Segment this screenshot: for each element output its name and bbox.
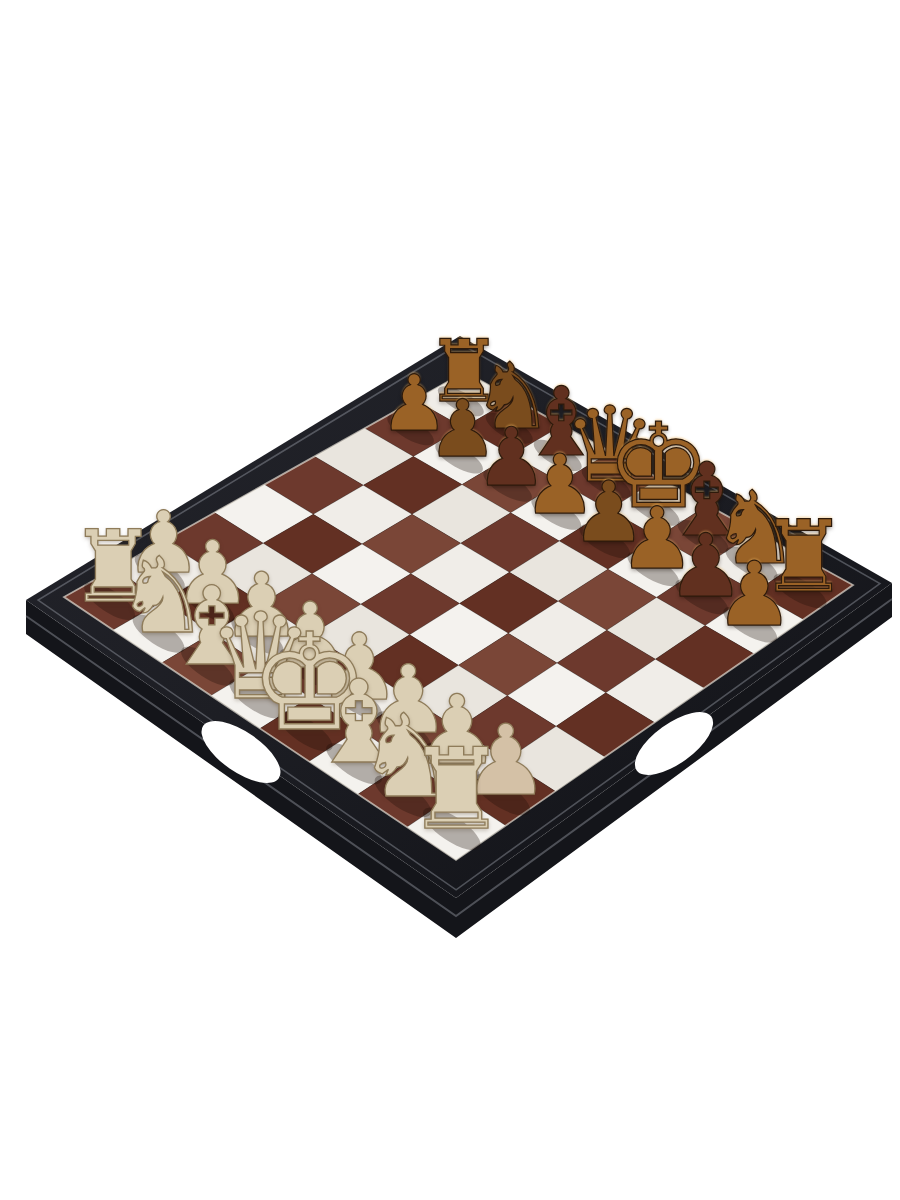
product-photo-canvas: ♜♞♟♝♟♛♟♚♟♝♟♞♟♟♜♟♜♟♟♞♟♝♟♛♟♚♟♟♝♟♞♜ [0, 0, 900, 1200]
chess-board [0, 0, 900, 1200]
